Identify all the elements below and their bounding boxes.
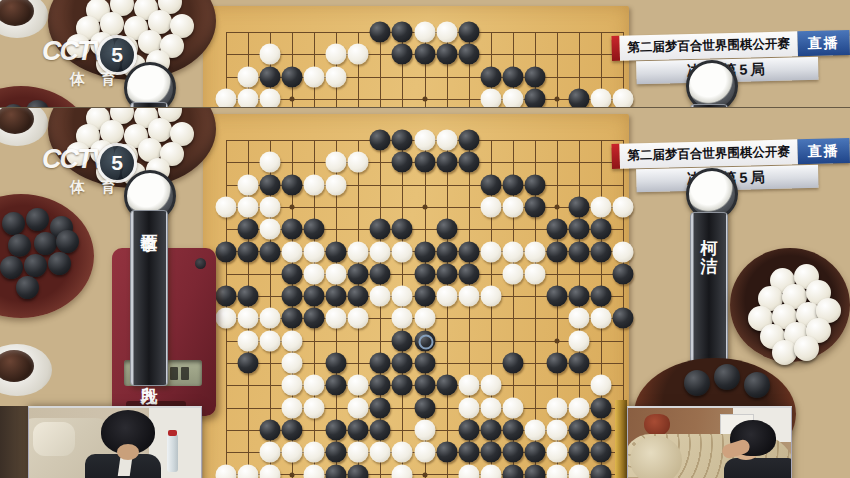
white-stone-c18r4 xyxy=(591,88,612,107)
black-stone-c16r6 xyxy=(546,241,567,262)
white-stone-c6r7 xyxy=(326,263,347,284)
white-stone-c5r6 xyxy=(304,241,325,262)
white-stone-c17r13 xyxy=(568,397,589,418)
black-stone-c17r6 xyxy=(568,241,589,262)
white-stone-c3r4 xyxy=(260,196,281,217)
black-stone-c13r3 xyxy=(480,66,501,87)
inset-video-player-left xyxy=(28,406,202,478)
white-stone-c2r4 xyxy=(238,196,259,217)
white-stone-c7r12 xyxy=(348,375,369,396)
player-right-name: 柯洁 xyxy=(698,225,721,261)
black-bowl-stone xyxy=(714,364,740,390)
black-stone-c10r2 xyxy=(414,44,435,65)
sports-channel-label: 体育 xyxy=(70,178,132,197)
black-stone-c17r11 xyxy=(568,353,589,374)
white-stone-c5r7 xyxy=(304,263,325,284)
black-stone-c1r6 xyxy=(216,241,237,262)
sports-channel-label: 体育 xyxy=(70,70,132,89)
star-point xyxy=(554,96,559,101)
black-stone-c17r15 xyxy=(568,442,589,463)
black-stone-c11r2 xyxy=(436,152,457,173)
white-stone-c2r3 xyxy=(238,66,259,87)
white-stone-c13r6 xyxy=(480,241,501,262)
white-stone-c14r4 xyxy=(502,196,523,217)
white-stone-c8r15 xyxy=(370,442,391,463)
black-stone-c5r5 xyxy=(304,219,325,240)
white-stone-c16r13 xyxy=(546,397,567,418)
black-stone-c18r5 xyxy=(591,219,612,240)
black-bowl-stone xyxy=(26,208,49,231)
white-stone-c8r6 xyxy=(370,241,391,262)
white-stone-c3r9 xyxy=(260,308,281,329)
black-stone-c4r14 xyxy=(282,419,303,440)
event-title: 第二届梦百合世界围棋公开赛 xyxy=(619,31,798,60)
black-stone-c19r9 xyxy=(613,308,634,329)
black-stone-c2r6 xyxy=(238,241,259,262)
white-stone-c9r9 xyxy=(392,308,413,329)
black-stone-c13r15 xyxy=(480,442,501,463)
white-stone-c2r9 xyxy=(238,308,259,329)
black-stone-c8r5 xyxy=(370,219,391,240)
gold-pillar xyxy=(615,400,627,478)
black-stone-c10r6 xyxy=(414,241,435,262)
black-bowl-stone xyxy=(8,234,31,257)
white-stone-c19r4 xyxy=(613,88,634,107)
black-stone-c2r5 xyxy=(238,219,259,240)
white-stone-c13r16 xyxy=(480,464,501,478)
black-stone-c15r4 xyxy=(524,88,545,107)
white-stone-c4r13 xyxy=(282,397,303,418)
black-stone-c12r15 xyxy=(458,442,479,463)
black-stone-c16r8 xyxy=(546,286,567,307)
black-stone-c12r1 xyxy=(458,22,479,43)
white-stone-c5r15 xyxy=(304,442,325,463)
white-stone-c4r12 xyxy=(282,375,303,396)
white-stone-c14r6 xyxy=(502,241,523,262)
white-stone-c6r3 xyxy=(326,174,347,195)
black-stone-c14r3 xyxy=(502,66,523,87)
white-stone-c12r16 xyxy=(458,464,479,478)
white-stone-c7r9 xyxy=(348,308,369,329)
black-stone-c4r3 xyxy=(282,174,303,195)
black-bowl-stone xyxy=(684,370,710,396)
black-stone-c10r8 xyxy=(414,286,435,307)
star-point xyxy=(290,204,295,209)
black-stone-c11r5 xyxy=(436,219,457,240)
event-title: 第二届梦百合世界围棋公开赛 xyxy=(619,139,798,168)
star-point xyxy=(290,96,295,101)
black-stone-c18r14 xyxy=(591,419,612,440)
broadcast-scene: CCTV 5 体育 第二届梦百合世界围棋公开赛 直播 决赛第5局 李世石 九段 … xyxy=(0,108,850,478)
white-stone-c16r16 xyxy=(546,464,567,478)
white-stone-c16r14 xyxy=(546,419,567,440)
white-stone-c3r16 xyxy=(260,464,281,478)
white-stone-c3r4 xyxy=(260,88,281,107)
black-stone-c12r2 xyxy=(458,44,479,65)
white-stone-c9r16 xyxy=(392,464,413,478)
white-stone-c17r9 xyxy=(568,308,589,329)
red-pot xyxy=(644,414,670,436)
black-stone-c1r8 xyxy=(216,286,237,307)
dark-floor-corner xyxy=(0,406,30,478)
star-point xyxy=(422,96,427,101)
player-left-nameplate: 李世石 九段 xyxy=(130,210,168,386)
white-stone-c4r10 xyxy=(282,330,303,351)
black-stone-c10r10 xyxy=(414,330,435,351)
star-point xyxy=(554,338,559,343)
black-stone-c6r16 xyxy=(326,464,347,478)
black-stone-c9r1 xyxy=(392,22,413,43)
black-bowl-stone xyxy=(48,252,71,275)
white-stone-c18r12 xyxy=(591,375,612,396)
white-stone-c3r10 xyxy=(260,330,281,351)
black-stone-c6r12 xyxy=(326,375,347,396)
white-stone-c9r6 xyxy=(392,241,413,262)
white-stone-c11r1 xyxy=(436,130,457,151)
white-stone-c10r14 xyxy=(414,419,435,440)
black-stone-c9r2 xyxy=(392,44,413,65)
black-stone-c5r9 xyxy=(304,308,325,329)
left-plaque-emblem xyxy=(124,62,176,107)
white-stone-c17r10 xyxy=(568,330,589,351)
black-stone-c9r5 xyxy=(392,219,413,240)
black-stone-c8r1 xyxy=(370,130,391,151)
white-stone-c13r4 xyxy=(480,88,501,107)
white-stone-c15r6 xyxy=(524,241,545,262)
black-stone-c8r14 xyxy=(370,419,391,440)
black-stone-c2r11 xyxy=(238,353,259,374)
white-stone-c3r5 xyxy=(260,219,281,240)
black-stone-c14r15 xyxy=(502,442,523,463)
black-stone-c17r4 xyxy=(568,88,589,107)
duplicated-top-strip: CCTV 5 体育 第二届梦百合世界围棋公开赛 直播 决赛第5局 李世石 九段 … xyxy=(0,0,850,107)
white-stone-c7r2 xyxy=(348,152,369,173)
black-bowl-stone xyxy=(2,212,25,235)
black-stone-c18r6 xyxy=(591,241,612,262)
black-stone-c18r15 xyxy=(591,442,612,463)
white-stone-c3r15 xyxy=(260,442,281,463)
black-stone-c6r8 xyxy=(326,286,347,307)
go-board xyxy=(203,114,629,478)
star-point xyxy=(290,472,295,477)
black-stone-c13r3 xyxy=(480,174,501,195)
black-stone-c2r8 xyxy=(238,286,259,307)
black-stone-c4r7 xyxy=(282,263,303,284)
black-bowl-stone xyxy=(24,254,47,277)
white-stone-c2r3 xyxy=(238,174,259,195)
black-bowl-stone xyxy=(0,256,23,279)
white-stone-c10r15 xyxy=(414,442,435,463)
white-stone-c5r12 xyxy=(304,375,325,396)
white-stone-c5r13 xyxy=(304,397,325,418)
white-stone-c6r2 xyxy=(326,44,347,65)
black-stone-c7r14 xyxy=(348,419,369,440)
white-stone-c4r11 xyxy=(282,353,303,374)
white-bowl-stone xyxy=(772,340,797,365)
black-stone-c6r15 xyxy=(326,442,347,463)
sofa-armrest xyxy=(630,436,682,478)
black-stone-c4r9 xyxy=(282,308,303,329)
black-stone-c11r2 xyxy=(436,44,457,65)
black-stone-c16r5 xyxy=(546,219,567,240)
white-stone-c7r13 xyxy=(348,397,369,418)
black-stone-c12r2 xyxy=(458,152,479,173)
white-stone-c2r10 xyxy=(238,330,259,351)
white-bowl-stone xyxy=(794,336,819,361)
black-stone-c4r5 xyxy=(282,219,303,240)
white-stone-c5r16 xyxy=(304,464,325,478)
white-stone-c6r3 xyxy=(326,66,347,87)
white-stone-c7r2 xyxy=(348,44,369,65)
black-stone-c8r13 xyxy=(370,397,391,418)
white-stone-c13r13 xyxy=(480,397,501,418)
white-stone-c16r15 xyxy=(546,442,567,463)
black-bowl-stone xyxy=(56,230,79,253)
black-stone-c7r16 xyxy=(348,464,369,478)
white-stone-c12r13 xyxy=(458,397,479,418)
star-point xyxy=(554,204,559,209)
white-stone-c5r3 xyxy=(304,174,325,195)
white-stone-c7r15 xyxy=(348,442,369,463)
black-stone-c10r12 xyxy=(414,375,435,396)
black-stone-c17r14 xyxy=(568,419,589,440)
black-stone-c8r7 xyxy=(370,263,391,284)
black-stone-c7r8 xyxy=(348,286,369,307)
white-stone-c17r16 xyxy=(568,464,589,478)
white-stone-c18r9 xyxy=(591,308,612,329)
broadcast-scene: CCTV 5 体育 第二届梦百合世界围棋公开赛 直播 决赛第5局 李世石 九段 … xyxy=(0,0,850,107)
black-stone-c8r1 xyxy=(370,22,391,43)
right-plaque-emblem xyxy=(686,60,738,107)
white-stone-c5r3 xyxy=(304,66,325,87)
black-stone-c18r16 xyxy=(591,464,612,478)
black-stone-c9r10 xyxy=(392,330,413,351)
black-stone-c15r3 xyxy=(524,66,545,87)
black-stone-c7r7 xyxy=(348,263,369,284)
white-stone-c14r13 xyxy=(502,397,523,418)
black-stone-c3r3 xyxy=(260,66,281,87)
white-stone-c2r16 xyxy=(238,464,259,478)
black-stone-c6r14 xyxy=(326,419,347,440)
white-stone-c18r4 xyxy=(591,196,612,217)
black-stone-c8r12 xyxy=(370,375,391,396)
black-stone-c18r13 xyxy=(591,397,612,418)
white-stone-c1r9 xyxy=(216,308,237,329)
pillow xyxy=(33,422,75,456)
black-stone-c14r14 xyxy=(502,419,523,440)
black-stone-c6r6 xyxy=(326,241,347,262)
white-stone-c14r4 xyxy=(502,88,523,107)
inset-video-player-right xyxy=(627,406,792,478)
white-stone-c9r15 xyxy=(392,442,413,463)
black-stone-c13r14 xyxy=(480,419,501,440)
black-stone-c15r4 xyxy=(524,196,545,217)
white-stone-c11r1 xyxy=(436,22,457,43)
white-stone-c14r7 xyxy=(502,263,523,284)
star-point xyxy=(422,204,427,209)
black-stone-c14r11 xyxy=(502,353,523,374)
black-stone-c9r1 xyxy=(392,130,413,151)
white-stone-c12r8 xyxy=(458,286,479,307)
white-stone-c13r12 xyxy=(480,375,501,396)
white-stone-c1r4 xyxy=(216,196,237,217)
main-frame: CCTV 5 体育 第二届梦百合世界围棋公开赛 直播 决赛第5局 李世石 九段 … xyxy=(0,107,850,478)
white-stone-c3r2 xyxy=(260,152,281,173)
black-stone-c11r6 xyxy=(436,241,457,262)
tv-screenshot: CCTV 5 体育 第二届梦百合世界围棋公开赛 直播 决赛第5局 李世石 九段 … xyxy=(0,0,850,478)
white-stone-c1r4 xyxy=(216,88,237,107)
white-stone-c2r4 xyxy=(238,88,259,107)
clock-button xyxy=(195,258,206,269)
white-stone-c4r6 xyxy=(282,241,303,262)
white-stone-c7r6 xyxy=(348,241,369,262)
black-stone-c8r11 xyxy=(370,353,391,374)
black-stone-c17r8 xyxy=(568,286,589,307)
white-stone-c12r12 xyxy=(458,375,479,396)
star-point xyxy=(422,472,427,477)
white-stone-c11r8 xyxy=(436,286,457,307)
go-board xyxy=(203,6,629,107)
white-stone-c10r9 xyxy=(414,308,435,329)
black-stone-c10r2 xyxy=(414,152,435,173)
black-stone-c12r1 xyxy=(458,130,479,151)
black-stone-c11r12 xyxy=(436,375,457,396)
black-stone-c4r8 xyxy=(282,286,303,307)
black-stone-c15r3 xyxy=(524,174,545,195)
black-stone-c5r8 xyxy=(304,286,325,307)
white-stone-c3r2 xyxy=(260,44,281,65)
black-stone-c11r7 xyxy=(436,263,457,284)
black-stone-c19r7 xyxy=(613,263,634,284)
black-stone-c16r11 xyxy=(546,353,567,374)
black-bowl-stone xyxy=(34,232,57,255)
black-stone-c12r6 xyxy=(458,241,479,262)
white-stone-c10r1 xyxy=(414,130,435,151)
black-stone-c6r11 xyxy=(326,353,347,374)
white-stone-c8r8 xyxy=(370,286,391,307)
black-stone-c17r5 xyxy=(568,219,589,240)
black-stone-c10r13 xyxy=(414,397,435,418)
white-stone-c6r9 xyxy=(326,308,347,329)
black-bowl-stone xyxy=(16,276,39,299)
black-stone-c11r15 xyxy=(436,442,457,463)
white-stone-c10r1 xyxy=(414,22,435,43)
live-badge: 直播 xyxy=(797,138,850,164)
white-stone-c15r7 xyxy=(524,263,545,284)
black-stone-c3r6 xyxy=(260,241,281,262)
black-stone-c3r3 xyxy=(260,174,281,195)
black-stone-c14r16 xyxy=(502,464,523,478)
black-stone-c9r11 xyxy=(392,353,413,374)
black-stone-c12r7 xyxy=(458,263,479,284)
black-stone-c4r3 xyxy=(282,66,303,87)
white-stone-c19r4 xyxy=(613,196,634,217)
white-stone-c13r8 xyxy=(480,286,501,307)
player-right-body xyxy=(724,458,792,478)
white-stone-c4r15 xyxy=(282,442,303,463)
black-stone-c9r12 xyxy=(392,375,413,396)
white-stone-c1r16 xyxy=(216,464,237,478)
white-stone-c9r8 xyxy=(392,286,413,307)
black-stone-c10r7 xyxy=(414,263,435,284)
black-bowl-stone xyxy=(744,372,770,398)
black-stone-c12r14 xyxy=(458,419,479,440)
black-stone-c15r15 xyxy=(524,442,545,463)
black-stone-c9r2 xyxy=(392,152,413,173)
black-stone-c14r3 xyxy=(502,174,523,195)
black-stone-c18r8 xyxy=(591,286,612,307)
white-stone-c13r4 xyxy=(480,196,501,217)
white-stone-c19r6 xyxy=(613,241,634,262)
white-stone-c15r14 xyxy=(524,419,545,440)
live-badge: 直播 xyxy=(797,30,850,56)
black-stone-c3r14 xyxy=(260,419,281,440)
black-stone-c15r16 xyxy=(524,464,545,478)
bottle-cap xyxy=(168,430,177,436)
black-stone-c17r4 xyxy=(568,196,589,217)
white-stone-c6r2 xyxy=(326,152,347,173)
water-bottle xyxy=(167,434,178,472)
black-stone-c10r11 xyxy=(414,353,435,374)
